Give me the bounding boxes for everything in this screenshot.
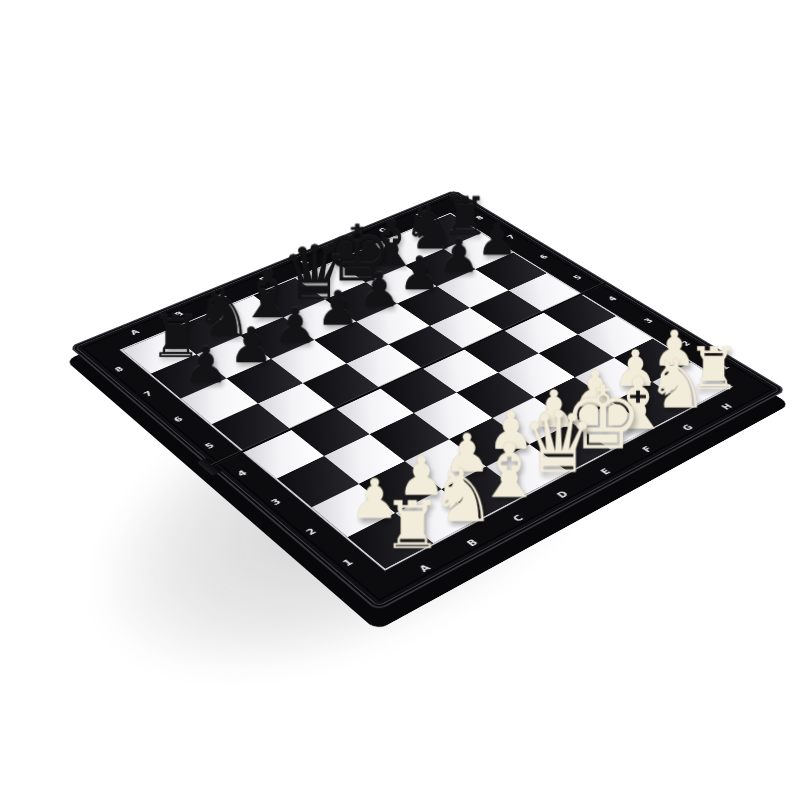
white-rook-a1[interactable]: ♜ xyxy=(382,492,444,558)
chess-board: ABCDEFGH ABCDEFGH 87654321 87654321 ♜♞♝♛… xyxy=(69,190,786,612)
scene: ABCDEFGH ABCDEFGH 87654321 87654321 ♜♞♝♛… xyxy=(0,0,800,800)
square-e4[interactable] xyxy=(422,349,498,393)
black-pawn-a7[interactable]: ♟ xyxy=(179,340,234,390)
playing-field: ♜♞♝♛♚♝♞♜♟♟♟♟♟♟♟♟♟♟♟♟♟♟♟♟♜♞♝♛♚♝♞♜ xyxy=(122,214,730,569)
product-photo-background: ABCDEFGH ABCDEFGH 87654321 87654321 ♜♞♝♛… xyxy=(0,0,800,800)
